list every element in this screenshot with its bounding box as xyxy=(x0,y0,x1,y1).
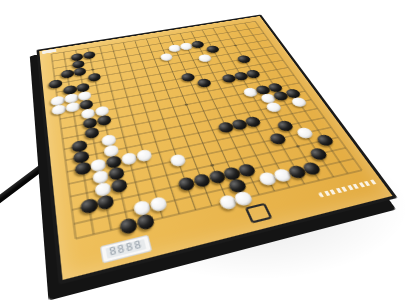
star-point xyxy=(295,145,300,148)
led-digits: 8888 xyxy=(106,239,146,259)
star-point xyxy=(184,103,188,106)
star-point xyxy=(210,164,215,167)
star-point xyxy=(91,68,94,70)
led-display: 8888 xyxy=(100,235,153,264)
square-button xyxy=(245,203,273,224)
star-point xyxy=(234,44,238,46)
play-area xyxy=(51,21,361,238)
scene: 8888 xyxy=(0,0,420,300)
brand-print xyxy=(318,179,377,197)
